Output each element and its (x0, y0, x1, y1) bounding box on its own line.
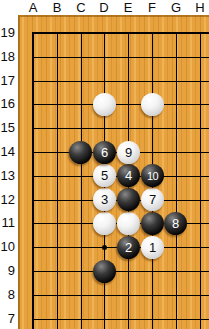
row-label-17: 17 (0, 73, 15, 89)
move-number-1: 1 (141, 236, 164, 259)
grid-line-h-9 (32, 271, 209, 272)
column-label-C: C (71, 0, 91, 15)
stone-white-move-9-E14: 9 (117, 141, 140, 164)
move-number-7: 7 (141, 188, 164, 211)
row-label-18: 18 (0, 49, 15, 65)
grid-line-v-C (81, 32, 82, 329)
grid-line-v-G (176, 32, 177, 329)
column-label-E: E (118, 0, 138, 15)
row-label-16: 16 (0, 96, 15, 112)
grid-line-v-A (32, 32, 34, 329)
stone-white-move-7-F12: 7 (141, 188, 164, 211)
grid-line-v-B (57, 32, 58, 329)
move-number-5: 5 (93, 164, 116, 187)
grid-line-h-15 (32, 128, 209, 129)
grid-line-h-7 (32, 319, 209, 320)
grid-line-h-16 (32, 104, 209, 105)
star-point-D10 (102, 245, 107, 250)
row-label-7: 7 (0, 311, 15, 327)
stone-black-move-4-E13: 4 (117, 164, 140, 187)
stone-black-move-2-E10: 2 (117, 236, 140, 259)
move-number-3: 3 (93, 188, 116, 211)
row-label-13: 13 (0, 168, 15, 184)
stone-white-D16 (93, 93, 116, 116)
stone-white-move-5-D13: 5 (93, 164, 116, 187)
column-label-G: G (166, 0, 186, 15)
move-number-8: 8 (164, 212, 187, 235)
move-number-10: 10 (141, 164, 164, 187)
stone-black-C14 (69, 141, 92, 164)
stone-white-F16 (141, 93, 164, 116)
go-diagram: ABCDEFGH19181716151413121110987123456789… (0, 0, 209, 329)
move-number-4: 4 (117, 164, 140, 187)
grid-line-h-19 (32, 32, 209, 34)
column-label-F: F (142, 0, 162, 15)
row-label-11: 11 (0, 215, 15, 231)
grid-line-h-17 (32, 81, 209, 82)
stone-black-move-8-G11: 8 (164, 212, 187, 235)
row-label-10: 10 (0, 239, 15, 255)
move-number-2: 2 (117, 236, 140, 259)
grid-line-h-8 (32, 295, 209, 296)
stone-black-move-6-D14: 6 (93, 141, 116, 164)
row-label-8: 8 (0, 287, 15, 303)
stone-white-E11 (117, 212, 140, 235)
stone-black-F11 (141, 212, 164, 235)
move-number-9: 9 (117, 141, 140, 164)
column-label-D: D (94, 0, 114, 15)
stone-white-move-1-F10: 1 (141, 236, 164, 259)
row-label-12: 12 (0, 192, 15, 208)
row-label-9: 9 (0, 263, 15, 279)
grid-line-h-18 (32, 57, 209, 58)
stone-white-D11 (93, 212, 116, 235)
column-label-H: H (190, 0, 209, 15)
column-label-B: B (47, 0, 67, 15)
row-label-15: 15 (0, 120, 15, 136)
grid-line-v-H (200, 32, 201, 329)
stone-white-move-3-D12: 3 (93, 188, 116, 211)
row-label-14: 14 (0, 144, 15, 160)
column-label-A: A (23, 0, 43, 15)
move-number-6: 6 (93, 141, 116, 164)
stone-black-move-10-F13: 10 (141, 164, 164, 187)
stone-black-E12 (117, 188, 140, 211)
row-label-19: 19 (0, 25, 15, 41)
stone-black-D9 (93, 260, 116, 283)
